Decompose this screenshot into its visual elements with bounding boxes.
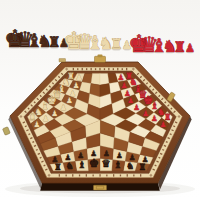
dark-queen: ♛ xyxy=(101,157,110,169)
dark-rook: ♜ xyxy=(54,162,62,172)
dark-bishop: ♝ xyxy=(78,159,87,170)
cream-pawn: ♟ xyxy=(66,96,73,105)
display-set-dark: ♚♛♝♞♜♟ xyxy=(4,25,69,53)
dark-knight: ♞ xyxy=(126,161,134,171)
display-set-red: ♚♛♝♞♜♟ xyxy=(128,30,195,58)
coordinate-glyph xyxy=(59,174,60,176)
cream-pawn: ♟ xyxy=(42,114,49,123)
coordinate-glyph xyxy=(82,68,83,70)
cream-pawn: ♟ xyxy=(33,120,40,129)
coordinate-glyph xyxy=(133,175,134,177)
coordinate-glyph xyxy=(104,68,105,70)
dark-pawn: ♟ xyxy=(90,149,97,158)
red-pawn: ♟ xyxy=(151,114,158,123)
coordinate-glyph xyxy=(79,175,80,177)
coordinate-glyph xyxy=(99,174,100,176)
coordinate-glyph xyxy=(106,175,107,177)
coordinate-glyph xyxy=(95,68,96,70)
dark-knight: ♞ xyxy=(66,161,74,171)
hinge-left xyxy=(2,127,10,136)
dark-king: ♚ xyxy=(89,157,99,170)
coordinate-glyph xyxy=(126,68,127,70)
coordinate-glyph xyxy=(73,68,74,70)
coordinate-glyph xyxy=(86,68,87,70)
product-photo: ♜♜♟♟♞♞♟♟♝♝♟♟♛♛♟♟♚♚♝♝♟♟♞♞♟♟♜♜♟♟♟♟♟♟♟♟♟♟♟♟… xyxy=(0,0,200,200)
coordinate-glyph xyxy=(120,175,121,177)
red-pawn: ♟ xyxy=(142,109,149,118)
cell xyxy=(91,73,100,85)
hinge-top xyxy=(95,56,106,62)
coordinate-glyph xyxy=(77,68,78,70)
three-player-chess-scene: ♜♜♟♟♞♞♟♟♝♝♟♟♛♛♟♟♚♚♝♝♟♟♞♞♟♟♜♜♟♟♟♟♟♟♟♟♟♟♟♟… xyxy=(0,0,200,200)
coordinate-glyph xyxy=(127,174,128,176)
display-red-pawn: ♟ xyxy=(185,41,195,55)
coordinate-glyph xyxy=(122,68,123,70)
coordinate-glyph xyxy=(108,68,109,70)
clasp-front xyxy=(94,185,107,190)
coordinate-glyph xyxy=(65,175,66,177)
cell xyxy=(100,73,109,85)
coordinate-glyph xyxy=(86,174,87,176)
dark-rook: ♜ xyxy=(138,162,146,172)
cream-pawn: ♟ xyxy=(51,109,58,118)
red-pawn: ♟ xyxy=(133,103,140,112)
coordinate-glyph xyxy=(140,174,141,176)
dark-pawn: ♟ xyxy=(103,149,110,158)
hinge-top-knuckle xyxy=(98,55,103,58)
coordinate-glyph xyxy=(99,68,100,70)
coordinate-glyph xyxy=(113,68,114,70)
cream-pawn: ♟ xyxy=(60,103,67,112)
red-pawn: ♟ xyxy=(160,120,167,129)
coordinate-glyph xyxy=(72,174,73,176)
coordinate-glyph xyxy=(117,68,118,70)
hinge-top-left xyxy=(59,58,66,62)
coordinate-glyph xyxy=(91,68,92,70)
display-set-cream: ♚♛♝♞♜♟ xyxy=(63,27,132,55)
coordinate-glyph xyxy=(113,174,114,176)
coordinate-glyph xyxy=(92,175,93,177)
dark-bishop: ♝ xyxy=(114,159,123,170)
